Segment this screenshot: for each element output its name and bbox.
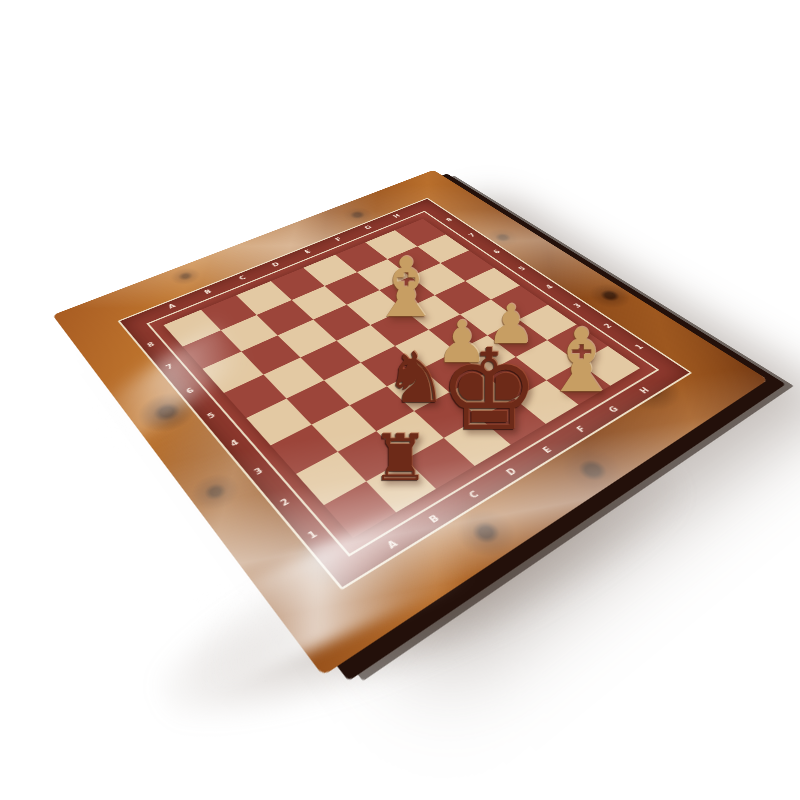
piece-light-bishop-e5[interactable]: ♝	[369, 247, 443, 329]
piece-dark-king-d1[interactable]: ♚	[439, 334, 539, 446]
piece-dark-rook-b1[interactable]: ♜	[371, 426, 428, 490]
piece-light-bishop-f1[interactable]: ♝	[542, 317, 621, 405]
chess-board-photo: ABCDEFGH ABCDEFGH 87654321 87654321 ♝♟♟♝…	[0, 0, 800, 800]
